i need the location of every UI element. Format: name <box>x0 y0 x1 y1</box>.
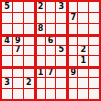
sudoku-cell-empty[interactable] <box>67 89 77 99</box>
sudoku-cell-empty[interactable] <box>2 46 12 56</box>
sudoku-cell-empty[interactable] <box>78 35 88 45</box>
sudoku-cell-empty[interactable] <box>78 13 88 23</box>
sudoku-cell-given: 3 <box>2 78 12 88</box>
sudoku-cell-given: 1 <box>35 67 45 77</box>
sudoku-cell-empty[interactable] <box>46 46 56 56</box>
sudoku-cell-empty[interactable] <box>67 56 77 66</box>
sudoku-cell-empty[interactable] <box>35 13 45 23</box>
sudoku-cell-given: 1 <box>78 56 88 66</box>
sudoku-cell-given: 3 <box>56 2 66 12</box>
sudoku-cell-given: 9 <box>13 35 23 45</box>
sudoku-cell-given: 8 <box>35 24 45 34</box>
sudoku-cell-empty[interactable] <box>78 2 88 12</box>
sudoku-cell-empty[interactable] <box>67 46 77 56</box>
sudoku-cell-given: 2 <box>78 46 88 56</box>
sudoku-cell-empty[interactable] <box>89 13 99 23</box>
sudoku-cell-empty[interactable] <box>35 89 45 99</box>
sudoku-cell-empty[interactable] <box>46 13 56 23</box>
sudoku-cell-empty[interactable] <box>46 78 56 88</box>
sudoku-cell-empty[interactable] <box>89 89 99 99</box>
sudoku-cell-empty[interactable] <box>67 24 77 34</box>
sudoku-cell-empty[interactable] <box>13 2 23 12</box>
sudoku-cell-empty[interactable] <box>56 24 66 34</box>
sudoku-cell-empty[interactable] <box>56 13 66 23</box>
sudoku-cell-empty[interactable] <box>24 56 34 66</box>
sudoku-cell-empty[interactable] <box>89 2 99 12</box>
sudoku-cell-empty[interactable] <box>2 67 12 77</box>
sudoku-cell-empty[interactable] <box>24 35 34 45</box>
sudoku-cell-empty[interactable] <box>35 46 45 56</box>
sudoku-cell-empty[interactable] <box>46 24 56 34</box>
sudoku-cell-given: 5 <box>2 2 12 12</box>
sudoku-cell-empty[interactable] <box>35 78 45 88</box>
sudoku-cell-empty[interactable] <box>78 89 88 99</box>
sudoku-cell-given: 2 <box>35 2 45 12</box>
sudoku-cell-given: 2 <box>24 78 34 88</box>
sudoku-cell-empty[interactable] <box>13 67 23 77</box>
sudoku-cell-empty[interactable] <box>78 24 88 34</box>
sudoku-cell-given: 7 <box>46 67 56 77</box>
sudoku-cell-empty[interactable] <box>2 56 12 66</box>
sudoku-cell-empty[interactable] <box>46 2 56 12</box>
sudoku-cell-empty[interactable] <box>2 24 12 34</box>
sudoku-cell-empty[interactable] <box>56 56 66 66</box>
sudoku-cell-empty[interactable] <box>89 67 99 77</box>
sudoku-cell-empty[interactable] <box>24 2 34 12</box>
sudoku-cell-empty[interactable] <box>35 56 45 66</box>
sudoku-cell-empty[interactable] <box>56 78 66 88</box>
sudoku-cell-empty[interactable] <box>13 13 23 23</box>
sudoku-cell-empty[interactable] <box>24 24 34 34</box>
sudoku-cell-empty[interactable] <box>24 89 34 99</box>
sudoku-cell-empty[interactable] <box>89 56 99 66</box>
sudoku-cell-empty[interactable] <box>24 13 34 23</box>
sudoku-cell-empty[interactable] <box>89 78 99 88</box>
sudoku-cell-empty[interactable] <box>13 78 23 88</box>
sudoku-cell-empty[interactable] <box>56 35 66 45</box>
sudoku-cell-empty[interactable] <box>78 67 88 77</box>
sudoku-cell-given: 9 <box>67 67 77 77</box>
sudoku-cell-empty[interactable] <box>67 2 77 12</box>
sudoku-cell-empty[interactable] <box>13 56 23 66</box>
sudoku-cell-empty[interactable] <box>13 24 23 34</box>
sudoku-cell-empty[interactable] <box>67 78 77 88</box>
sudoku-cell-empty[interactable] <box>35 35 45 45</box>
sudoku-cell-given: 4 <box>2 35 12 45</box>
sudoku-cell-empty[interactable] <box>67 35 77 45</box>
sudoku-cell-given: 7 <box>67 13 77 23</box>
sudoku-cell-empty[interactable] <box>2 13 12 23</box>
sudoku-cell-empty[interactable] <box>13 89 23 99</box>
sudoku-cell-empty[interactable] <box>89 24 99 34</box>
sudoku-cell-empty[interactable] <box>46 56 56 66</box>
sudoku-cell-empty[interactable] <box>2 89 12 99</box>
sudoku-cell-empty[interactable] <box>78 78 88 88</box>
sudoku-cell-given: 6 <box>46 35 56 45</box>
sudoku-cell-empty[interactable] <box>46 89 56 99</box>
sudoku-cell-empty[interactable] <box>56 67 66 77</box>
sudoku-cell-empty[interactable] <box>89 35 99 45</box>
sudoku-cell-empty[interactable] <box>24 46 34 56</box>
sudoku-cell-empty[interactable] <box>89 46 99 56</box>
sudoku-cell-empty[interactable] <box>56 89 66 99</box>
sudoku-cell-empty[interactable] <box>24 67 34 77</box>
sudoku-cell-given: 7 <box>13 46 23 56</box>
sudoku-cell-given: 5 <box>56 46 66 56</box>
sudoku-board: 52378496752117932 <box>0 0 101 101</box>
